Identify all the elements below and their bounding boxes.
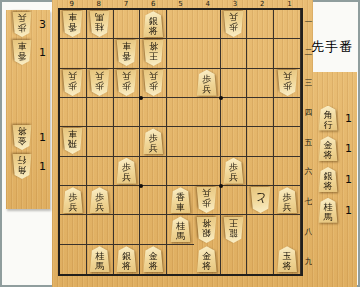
square-2f[interactable] — [247, 157, 274, 186]
square-4a[interactable] — [194, 10, 221, 39]
sente-hand-count-bishop: 1 — [345, 112, 352, 125]
square-4f[interactable] — [194, 157, 221, 186]
sente-silver-piece[interactable]: 銀将 — [143, 11, 164, 37]
sente-knight-piece[interactable]: 桂馬 — [318, 198, 338, 223]
square-1d[interactable] — [274, 98, 301, 127]
gote-hand-count-bishop: 1 — [39, 160, 46, 173]
square-2e[interactable] — [247, 127, 274, 156]
gote-hand-slot-empty — [6, 67, 50, 95]
sente-knight-piece[interactable]: 桂馬 — [170, 216, 191, 242]
square-8a[interactable]: 桂馬 — [87, 10, 114, 39]
sente-gold-piece[interactable]: 金将 — [318, 136, 338, 161]
star-point — [219, 184, 223, 188]
sente-hand-count-silver: 1 — [345, 173, 352, 186]
shogi-app-window: 987654321 一二三四五六七八九 香車桂馬銀将歩兵香車王将歩兵歩兵歩兵歩兵… — [0, 0, 360, 287]
gote-pawn-piece[interactable]: 歩兵 — [12, 12, 32, 37]
square-1a[interactable] — [274, 10, 301, 39]
sente-pawn-piece[interactable]: 歩兵 — [143, 128, 164, 154]
square-7e[interactable] — [114, 127, 141, 156]
square-4c[interactable]: 歩兵 — [194, 69, 221, 98]
square-4g[interactable]: 歩兵 — [194, 186, 221, 215]
sente-captured-stand: 角行1金将1銀将1桂馬1 — [312, 72, 357, 287]
sente-hand-slot-gold[interactable]: 金将1 — [312, 133, 357, 164]
sente-hand-slot-bishop[interactable]: 角行1 — [312, 103, 357, 134]
square-9b[interactable] — [60, 39, 87, 68]
square-9f[interactable] — [60, 157, 87, 186]
square-8b[interactable] — [87, 39, 114, 68]
square-5c[interactable] — [167, 69, 194, 98]
sente-hand-count-gold: 1 — [345, 142, 352, 155]
gote-pawn-piece[interactable]: 歩兵 — [196, 187, 217, 213]
gote-pawn-piece[interactable]: 歩兵 — [89, 70, 110, 96]
gote-king-piece[interactable]: 王将 — [143, 40, 164, 66]
gote-hand-slot-empty — [6, 95, 50, 123]
gote-hand-slot-bishop[interactable]: 角行1 — [6, 152, 50, 180]
square-5d[interactable] — [167, 98, 194, 127]
square-9c[interactable]: 歩兵 — [60, 69, 87, 98]
square-7a[interactable] — [114, 10, 141, 39]
square-2a[interactable] — [247, 10, 274, 39]
sente-gold-piece[interactable]: 金将 — [196, 246, 217, 272]
square-4d[interactable] — [194, 98, 221, 127]
square-8c[interactable]: 歩兵 — [87, 69, 114, 98]
square-9g[interactable]: 歩兵 — [60, 186, 87, 215]
sente-king-piece[interactable]: 玉将 — [277, 246, 298, 272]
sente-hand-slot-silver[interactable]: 銀将1 — [312, 164, 357, 195]
sente-pawn-piece[interactable]: 歩兵 — [89, 187, 110, 213]
square-5e[interactable] — [167, 127, 194, 156]
square-3d[interactable] — [221, 98, 248, 127]
square-1i[interactable]: 玉将 — [274, 245, 301, 274]
gote-hand-count-gold: 1 — [39, 131, 46, 144]
square-4b[interactable] — [194, 39, 221, 68]
sente-bishop-piece[interactable]: 角行 — [318, 106, 338, 131]
board-panel: 987654321 一二三四五六七八九 香車桂馬銀将歩兵香車王将歩兵歩兵歩兵歩兵… — [52, 0, 313, 287]
rank-label-a: 一 — [304, 8, 313, 38]
square-8g[interactable]: 歩兵 — [87, 186, 114, 215]
file-label-8: 8 — [85, 0, 112, 8]
sente-pawn-piece[interactable]: 歩兵 — [116, 158, 137, 184]
square-5i[interactable] — [167, 245, 194, 274]
square-3b[interactable] — [221, 39, 248, 68]
gote-dragon-piece[interactable]: 龍王 — [223, 217, 244, 243]
square-3a[interactable]: 歩兵 — [221, 10, 248, 39]
square-3e[interactable] — [221, 127, 248, 156]
square-8f[interactable] — [87, 157, 114, 186]
sente-hand-slot-empty — [312, 256, 357, 287]
square-9e[interactable]: 飛車 — [60, 127, 87, 156]
square-5b[interactable] — [167, 39, 194, 68]
square-5g[interactable]: 香車 — [167, 186, 194, 215]
square-7i[interactable]: 銀将 — [114, 245, 141, 274]
sente-hand-slot-empty — [312, 226, 357, 257]
shogi-board: 香車桂馬銀将歩兵香車王将歩兵歩兵歩兵歩兵歩兵歩兵飛車歩兵歩兵歩兵歩兵歩兵香車歩兵… — [58, 8, 303, 276]
square-6c[interactable]: 歩兵 — [140, 69, 167, 98]
square-1f[interactable] — [274, 157, 301, 186]
square-6g[interactable] — [140, 186, 167, 215]
gote-rook-piece[interactable]: 飛車 — [62, 128, 83, 154]
square-1h[interactable] — [274, 215, 301, 244]
square-7g[interactable] — [114, 186, 141, 215]
sente-pawn-piece[interactable]: 歩兵 — [223, 158, 244, 184]
square-1b[interactable] — [274, 39, 301, 68]
square-1c[interactable]: 歩兵 — [274, 69, 301, 98]
square-6b[interactable]: 王将 — [140, 39, 167, 68]
square-3f[interactable]: 歩兵 — [221, 157, 248, 186]
square-8i[interactable]: 桂馬 — [87, 245, 114, 274]
square-1e[interactable] — [274, 127, 301, 156]
gote-hand-slot-lance[interactable]: 香車1 — [6, 38, 50, 66]
square-5h[interactable]: 桂馬 — [167, 215, 194, 244]
square-8h[interactable] — [87, 215, 114, 244]
square-6d[interactable] — [140, 98, 167, 127]
file-label-5: 5 — [167, 0, 194, 8]
gote-pawn-piece[interactable]: 歩兵 — [277, 70, 298, 96]
file-label-3: 3 — [221, 0, 248, 8]
sente-pawn-piece[interactable]: 歩兵 — [62, 187, 83, 213]
sente-pawn-piece[interactable]: 歩兵 — [277, 187, 298, 213]
square-5a[interactable] — [167, 10, 194, 39]
square-3h[interactable]: 龍王 — [221, 215, 248, 244]
gote-captured-stand: 歩兵3香車1金将1角行1 — [6, 10, 50, 209]
square-7b[interactable]: 香車 — [114, 39, 141, 68]
square-7c[interactable]: 歩兵 — [114, 69, 141, 98]
square-9a[interactable]: 香車 — [60, 10, 87, 39]
square-9h[interactable] — [60, 215, 87, 244]
square-6i[interactable]: 金将 — [140, 245, 167, 274]
square-5f[interactable] — [167, 157, 194, 186]
file-label-6: 6 — [140, 0, 167, 8]
square-9i[interactable] — [60, 245, 87, 274]
gote-hand-slot-gold[interactable]: 金将1 — [6, 124, 50, 152]
square-7f[interactable]: 歩兵 — [114, 157, 141, 186]
turn-indicator: 先手番 — [311, 38, 359, 56]
gote-lance-piece[interactable]: 香車 — [116, 40, 137, 66]
star-point — [219, 96, 223, 100]
sente-hand-slot-empty — [312, 72, 357, 103]
file-labels: 987654321 — [58, 0, 303, 8]
gote-silver-piece[interactable]: 銀将 — [196, 217, 217, 243]
gote-bishop-piece[interactable]: 角行 — [12, 154, 32, 179]
square-7d[interactable] — [114, 98, 141, 127]
square-8d[interactable] — [87, 98, 114, 127]
square-4e[interactable] — [194, 127, 221, 156]
file-label-7: 7 — [112, 0, 139, 8]
square-3c[interactable] — [221, 69, 248, 98]
gote-hand-count-lance: 1 — [39, 46, 46, 59]
gote-pawn-piece[interactable]: 歩兵 — [143, 70, 164, 96]
star-point — [139, 184, 143, 188]
sente-hand-slot-knight[interactable]: 桂馬1 — [312, 195, 357, 226]
square-6a[interactable]: 銀将 — [140, 10, 167, 39]
sente-pawn-piece[interactable]: 歩兵 — [196, 70, 217, 96]
gote-hand-count-pawn: 3 — [39, 18, 46, 31]
square-4i[interactable]: 金将 — [194, 245, 221, 274]
gote-lance-piece[interactable]: 香車 — [62, 11, 83, 37]
square-2d[interactable] — [247, 98, 274, 127]
gote-pawn-piece[interactable]: 歩兵 — [116, 70, 137, 96]
square-2b[interactable] — [247, 39, 274, 68]
gote-gold-piece[interactable]: 金将 — [12, 125, 32, 150]
sente-hand-count-knight: 1 — [345, 204, 352, 217]
square-2g[interactable]: と — [247, 186, 274, 215]
square-6e[interactable]: 歩兵 — [140, 127, 167, 156]
square-4h[interactable]: 銀将 — [194, 215, 221, 244]
square-6f[interactable] — [140, 157, 167, 186]
sente-knight-piece[interactable]: 桂馬 — [89, 246, 110, 272]
square-6h[interactable] — [140, 215, 167, 244]
square-9d[interactable] — [60, 98, 87, 127]
square-3g[interactable] — [221, 186, 248, 215]
square-7h[interactable] — [114, 215, 141, 244]
gote-pawn-piece[interactable]: 歩兵 — [62, 70, 83, 96]
star-point — [139, 96, 143, 100]
sente-silver-piece[interactable]: 銀将 — [318, 167, 338, 192]
square-2h[interactable] — [247, 215, 274, 244]
square-2c[interactable] — [247, 69, 274, 98]
gote-lance-piece[interactable]: 香車 — [12, 40, 32, 65]
square-3i[interactable] — [221, 245, 248, 274]
gote-knight-piece[interactable]: 桂馬 — [89, 11, 110, 37]
sente-lance-piece[interactable]: 香車 — [170, 187, 191, 213]
square-2i[interactable] — [247, 245, 274, 274]
file-label-2: 2 — [249, 0, 276, 8]
sente-silver-piece[interactable]: 銀将 — [116, 246, 137, 272]
gote-pawn-piece[interactable]: 歩兵 — [223, 11, 244, 37]
sente-gold-piece[interactable]: 金将 — [143, 246, 164, 272]
gote-hand-slot-pawn[interactable]: 歩兵3 — [6, 10, 50, 38]
gote-tokin-piece[interactable]: と — [250, 187, 271, 213]
gote-hand-slot-empty — [6, 181, 50, 209]
square-1g[interactable]: 歩兵 — [274, 186, 301, 215]
square-8e[interactable] — [87, 127, 114, 156]
file-label-4: 4 — [194, 0, 221, 8]
file-label-9: 9 — [58, 0, 85, 8]
file-label-1: 1 — [276, 0, 303, 8]
